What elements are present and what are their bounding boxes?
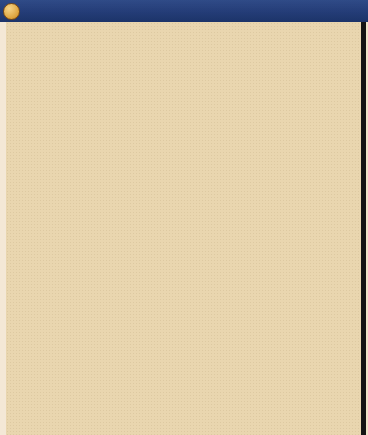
board-grid bbox=[0, 0, 368, 435]
app-icon bbox=[3, 3, 20, 20]
window-left-margin bbox=[0, 22, 6, 435]
app-window bbox=[0, 0, 368, 435]
